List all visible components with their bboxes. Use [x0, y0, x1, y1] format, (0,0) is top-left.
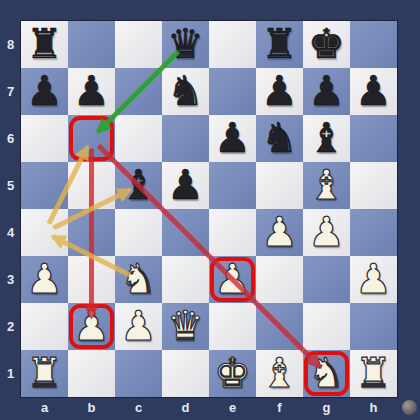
- file-label-c: c: [115, 400, 162, 416]
- square-e6[interactable]: ♟: [209, 115, 256, 162]
- square-c5[interactable]: ♝: [115, 162, 162, 209]
- piece-black-pawn-h7[interactable]: ♟: [350, 68, 397, 115]
- square-a6[interactable]: [21, 115, 68, 162]
- piece-white-pawn-e3[interactable]: ♟: [209, 256, 256, 303]
- square-f1[interactable]: ♝: [256, 350, 303, 397]
- piece-white-pawn-f4[interactable]: ♟: [256, 209, 303, 256]
- square-h2[interactable]: [350, 303, 397, 350]
- square-e4[interactable]: [209, 209, 256, 256]
- rank-label-6: 6: [0, 131, 21, 147]
- rank-label-8: 8: [0, 37, 21, 53]
- square-f2[interactable]: [256, 303, 303, 350]
- square-a8[interactable]: ♜: [21, 21, 68, 68]
- rank-label-1: 1: [0, 366, 21, 382]
- square-b4[interactable]: [68, 209, 115, 256]
- piece-black-queen-d8[interactable]: ♛: [162, 21, 209, 68]
- piece-white-bishop-g5[interactable]: ♝: [303, 162, 350, 209]
- square-g2[interactable]: [303, 303, 350, 350]
- square-f4[interactable]: ♟: [256, 209, 303, 256]
- square-e1[interactable]: ♚: [209, 350, 256, 397]
- piece-white-king-e1[interactable]: ♚: [209, 350, 256, 397]
- board: ♜♛♜♚♟♟♞♟♟♟♟♞♝♝♟♝♟♟♟♞♟♟♟♟♛♜♚♝♞♜: [21, 21, 397, 397]
- square-e7[interactable]: [209, 68, 256, 115]
- square-h8[interactable]: [350, 21, 397, 68]
- piece-black-pawn-f7[interactable]: ♟: [256, 68, 303, 115]
- piece-black-rook-a8[interactable]: ♜: [21, 21, 68, 68]
- piece-black-pawn-e6[interactable]: ♟: [209, 115, 256, 162]
- square-h3[interactable]: ♟: [350, 256, 397, 303]
- piece-white-bishop-f1[interactable]: ♝: [256, 350, 303, 397]
- square-b3[interactable]: [68, 256, 115, 303]
- piece-black-knight-d7[interactable]: ♞: [162, 68, 209, 115]
- square-h6[interactable]: [350, 115, 397, 162]
- piece-black-knight-f6[interactable]: ♞: [256, 115, 303, 162]
- square-g6[interactable]: ♝: [303, 115, 350, 162]
- square-c7[interactable]: [115, 68, 162, 115]
- file-label-h: h: [350, 400, 397, 416]
- square-e8[interactable]: [209, 21, 256, 68]
- square-c4[interactable]: [115, 209, 162, 256]
- square-b2[interactable]: ♟: [68, 303, 115, 350]
- square-a2[interactable]: [21, 303, 68, 350]
- piece-white-rook-h1[interactable]: ♜: [350, 350, 397, 397]
- square-b8[interactable]: [68, 21, 115, 68]
- square-d6[interactable]: [162, 115, 209, 162]
- highlight-b6: [69, 116, 114, 161]
- square-b6[interactable]: [68, 115, 115, 162]
- piece-white-knight-c3[interactable]: ♞: [115, 256, 162, 303]
- piece-black-rook-f8[interactable]: ♜: [256, 21, 303, 68]
- square-c8[interactable]: [115, 21, 162, 68]
- square-g4[interactable]: ♟: [303, 209, 350, 256]
- piece-black-pawn-d5[interactable]: ♟: [162, 162, 209, 209]
- rank-label-5: 5: [0, 178, 21, 194]
- file-label-f: f: [256, 400, 303, 416]
- square-g1[interactable]: ♞: [303, 350, 350, 397]
- square-c3[interactable]: ♞: [115, 256, 162, 303]
- piece-black-pawn-a7[interactable]: ♟: [21, 68, 68, 115]
- square-c6[interactable]: [115, 115, 162, 162]
- square-d4[interactable]: [162, 209, 209, 256]
- piece-white-pawn-g4[interactable]: ♟: [303, 209, 350, 256]
- square-g5[interactable]: ♝: [303, 162, 350, 209]
- file-label-a: a: [21, 400, 68, 416]
- rank-label-7: 7: [0, 84, 21, 100]
- square-d5[interactable]: ♟: [162, 162, 209, 209]
- file-label-e: e: [209, 400, 256, 416]
- piece-white-pawn-h3[interactable]: ♟: [350, 256, 397, 303]
- piece-white-pawn-a3[interactable]: ♟: [21, 256, 68, 303]
- square-g3[interactable]: [303, 256, 350, 303]
- piece-black-bishop-g6[interactable]: ♝: [303, 115, 350, 162]
- chess-diagram: ♜♛♜♚♟♟♞♟♟♟♟♞♝♝♟♝♟♟♟♞♟♟♟♟♛♜♚♝♞♜ 87654321 …: [0, 0, 420, 420]
- square-e5[interactable]: [209, 162, 256, 209]
- square-h7[interactable]: ♟: [350, 68, 397, 115]
- square-d7[interactable]: ♞: [162, 68, 209, 115]
- rank-label-2: 2: [0, 319, 21, 335]
- square-a7[interactable]: ♟: [21, 68, 68, 115]
- square-b1[interactable]: [68, 350, 115, 397]
- file-label-d: d: [162, 400, 209, 416]
- piece-white-knight-g1[interactable]: ♞: [303, 350, 350, 397]
- square-g8[interactable]: ♚: [303, 21, 350, 68]
- square-d3[interactable]: [162, 256, 209, 303]
- square-c1[interactable]: [115, 350, 162, 397]
- square-h1[interactable]: ♜: [350, 350, 397, 397]
- corner-dot-decoration: [402, 400, 417, 415]
- piece-black-king-g8[interactable]: ♚: [303, 21, 350, 68]
- file-label-g: g: [303, 400, 350, 416]
- piece-black-pawn-g7[interactable]: ♟: [303, 68, 350, 115]
- square-a5[interactable]: [21, 162, 68, 209]
- piece-black-bishop-c5[interactable]: ♝: [115, 162, 162, 209]
- piece-white-rook-a1[interactable]: ♜: [21, 350, 68, 397]
- square-a3[interactable]: ♟: [21, 256, 68, 303]
- square-f7[interactable]: ♟: [256, 68, 303, 115]
- piece-white-pawn-b2[interactable]: ♟: [68, 303, 115, 350]
- square-b7[interactable]: ♟: [68, 68, 115, 115]
- square-f3[interactable]: [256, 256, 303, 303]
- square-e2[interactable]: [209, 303, 256, 350]
- piece-white-pawn-c2[interactable]: ♟: [115, 303, 162, 350]
- piece-white-queen-d2[interactable]: ♛: [162, 303, 209, 350]
- square-b5[interactable]: [68, 162, 115, 209]
- square-f6[interactable]: ♞: [256, 115, 303, 162]
- square-f5[interactable]: [256, 162, 303, 209]
- rank-label-4: 4: [0, 225, 21, 241]
- square-a1[interactable]: ♜: [21, 350, 68, 397]
- square-g7[interactable]: ♟: [303, 68, 350, 115]
- piece-black-pawn-b7[interactable]: ♟: [68, 68, 115, 115]
- rank-label-3: 3: [0, 272, 21, 288]
- square-c2[interactable]: ♟: [115, 303, 162, 350]
- square-h4[interactable]: [350, 209, 397, 256]
- square-d1[interactable]: [162, 350, 209, 397]
- square-a4[interactable]: [21, 209, 68, 256]
- square-d2[interactable]: ♛: [162, 303, 209, 350]
- square-e3[interactable]: ♟: [209, 256, 256, 303]
- square-h5[interactable]: [350, 162, 397, 209]
- square-d8[interactable]: ♛: [162, 21, 209, 68]
- file-label-b: b: [68, 400, 115, 416]
- square-f8[interactable]: ♜: [256, 21, 303, 68]
